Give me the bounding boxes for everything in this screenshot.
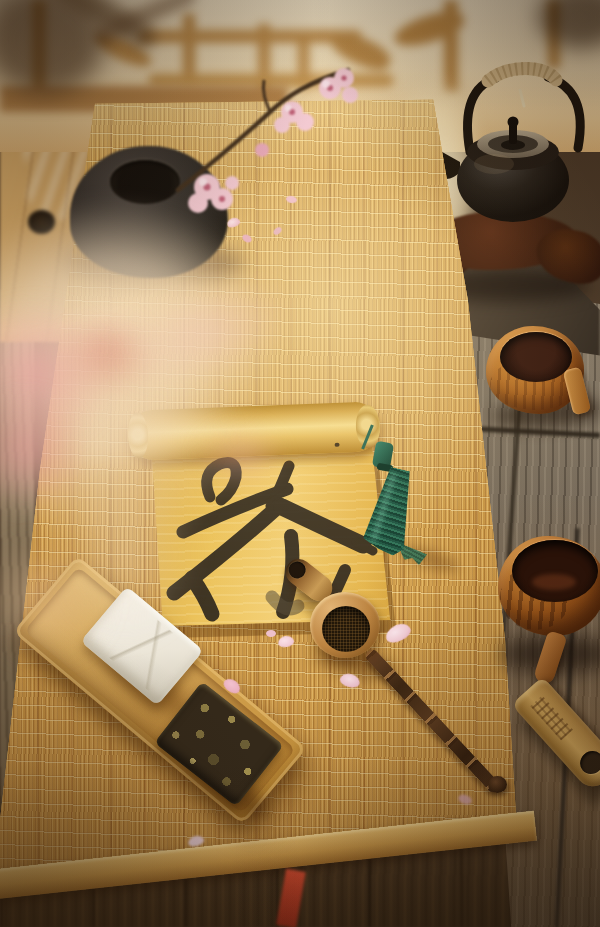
petal [277, 635, 295, 649]
teapot-body [457, 138, 569, 222]
stroke-right-dot [331, 570, 345, 600]
bokeh-pink-streak [101, 261, 310, 405]
scoop-carving [530, 695, 573, 740]
lattice-bar-vertical [32, 0, 46, 98]
tassel-skirt [361, 464, 421, 557]
tea-reflection [532, 574, 576, 590]
paper-crease [92, 597, 192, 694]
grey-planks [415, 278, 600, 927]
lower-cup-handle [532, 630, 567, 686]
lattice-rail [138, 30, 362, 43]
lattice-bars [0, 0, 600, 152]
bokeh-tray-wisp [55, 470, 195, 640]
teapot-shoulder [467, 134, 559, 170]
petal [241, 233, 253, 244]
mat-border-strip [0, 811, 537, 900]
upper-cup-interior [500, 332, 572, 382]
stroke-grass-bar [183, 489, 287, 532]
handle-rattan-wrap [488, 69, 556, 82]
lid-knob [509, 122, 517, 144]
branch-twig [263, 80, 270, 112]
upper-cup-handle [563, 367, 592, 416]
teapot-lid-inner [488, 135, 538, 153]
stone-slab [418, 232, 600, 358]
stroke-ink-pool [272, 597, 298, 609]
calligraphy-strokes [0, 0, 600, 927]
upper-cup-shadow [491, 394, 600, 432]
stand-root-center [428, 212, 578, 270]
blossoms [188, 68, 358, 213]
dark-floor-planks [0, 785, 600, 927]
ink-speck [335, 443, 340, 447]
stand-root-left [385, 228, 481, 288]
funnel-opening [285, 558, 309, 582]
tray-shadow [25, 573, 319, 842]
handle-arm-left [468, 78, 496, 152]
lattice-bar-vertical [548, 0, 560, 68]
bokeh-red-tinge [60, 315, 155, 400]
teapot-spout [428, 144, 460, 179]
roll-end-cap-right [355, 404, 381, 449]
petal [221, 676, 243, 696]
tassel-knot [372, 441, 394, 470]
paper-fan-stack [19, 92, 190, 223]
funnel-shadow [286, 584, 329, 622]
teapot-stand-shadow [420, 268, 590, 302]
petal [339, 672, 362, 690]
cast-iron-teapot [408, 52, 600, 302]
lattice-bar-vertical [258, 24, 270, 94]
mat-binding-threads [0, 95, 525, 885]
blossom-highlights [199, 80, 330, 186]
table-post [252, 92, 304, 197]
stroke-right-sweep [282, 507, 363, 545]
bokeh-dark-topright [538, 0, 600, 48]
branch-stem [178, 70, 348, 190]
mat-dark-slats [0, 95, 525, 885]
stand-root-right [532, 224, 600, 287]
bamboo-mat [0, 95, 525, 885]
cup-ribs [500, 566, 570, 630]
lower-cup-shadow [500, 634, 600, 674]
tassel-fray [396, 544, 427, 567]
bamboo-funnel [281, 554, 338, 607]
blossom-branch [150, 40, 365, 225]
teapot-lid-rim [477, 130, 549, 158]
stroke-left-dot [192, 578, 212, 614]
strainer-handle [363, 647, 502, 795]
mat-lighting [0, 95, 525, 885]
tea-still-life-photo: 茶 [0, 0, 600, 927]
petal [457, 793, 473, 806]
lattice-rail [148, 74, 394, 87]
bamboo-strainer-rim [310, 592, 380, 658]
lid-knob-top [508, 117, 519, 128]
bokeh-dark-branch-topleft [0, 0, 105, 95]
plank-seam [500, 278, 530, 657]
plank-crack [415, 423, 600, 438]
strainer-mesh [322, 606, 370, 652]
body-sheen [474, 154, 514, 174]
petal [285, 195, 297, 204]
scroll-sheet [140, 435, 400, 635]
lattice-bar-vertical [444, 0, 458, 92]
lattice-cloud-curve [91, 27, 155, 72]
rattan-loose-end [520, 90, 524, 106]
window-sill [0, 86, 288, 112]
tassel-sheen [371, 473, 397, 542]
left-table-edge [0, 290, 34, 810]
handle-rattan-texture [488, 69, 556, 82]
tray-well [24, 567, 296, 814]
bokeh-dark-curve [20, 0, 161, 54]
strainer-shadow [310, 640, 400, 686]
scroll-roll [127, 401, 381, 461]
plank-seam [555, 528, 580, 927]
scroll-sheet-shadow [146, 447, 406, 647]
lower-cup-interior [512, 540, 598, 602]
tassel-cord [361, 424, 374, 449]
tassel-collar [377, 463, 394, 473]
scoop-hole [575, 746, 600, 778]
bamboo-scoop [511, 676, 600, 793]
pressed-tea-brick [154, 681, 284, 806]
knot-hole [28, 210, 55, 234]
tea-cup-upper [486, 326, 584, 414]
stroke-vertical [283, 536, 292, 612]
stroke-sweep-tip [356, 542, 373, 551]
lattice-cloud-curve [325, 27, 394, 75]
vase-shadow [66, 242, 242, 286]
bokeh-pink [0, 300, 115, 450]
lattice-window [0, 0, 600, 152]
cup-ribs [490, 358, 580, 410]
bokeh-cream-lower [0, 330, 230, 550]
handle-arm-right [548, 77, 580, 148]
wooden-tray [13, 555, 307, 824]
petal [187, 834, 205, 848]
petal [226, 216, 241, 229]
teapot-lid-gap [501, 140, 525, 150]
backlit-table-glow [380, 72, 488, 282]
teapot-stand [388, 196, 600, 298]
bokeh-pink-soft [195, 420, 285, 490]
red-ribbon-accent [276, 869, 306, 927]
blossom-centers [204, 75, 347, 202]
tea-brick-shadow [178, 742, 274, 826]
vignette [0, 0, 600, 927]
roll-end-cap-left [127, 412, 149, 459]
paper-tea-package [81, 586, 204, 705]
table-wood-upper-left [0, 92, 272, 342]
scoop-shadow [518, 705, 600, 807]
tassel-shadow [399, 541, 462, 577]
tea-cup-lower [498, 536, 600, 636]
package-shadow [96, 637, 196, 725]
petal [272, 226, 283, 236]
ceramic-vase [70, 146, 228, 278]
bokeh-bottom-left [0, 540, 110, 660]
petal [266, 630, 276, 637]
vase-opening [110, 160, 180, 204]
bokeh-cream-large [0, 200, 280, 470]
handle-tip-knob [488, 776, 507, 793]
stroke-left-falling [174, 505, 280, 593]
lattice-bar-vertical [183, 14, 195, 88]
bokeh-dark-curve [91, 0, 199, 46]
petal [383, 620, 413, 645]
bokeh-pink-lower [0, 390, 90, 510]
stroke-grass-tick [271, 466, 289, 506]
lattice-cloud-curve [391, 7, 467, 52]
stroke-grass-curl [207, 463, 237, 500]
lattice-bar-vertical [298, 34, 309, 90]
